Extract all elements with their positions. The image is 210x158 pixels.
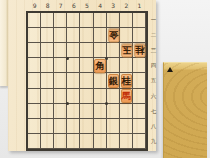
rank-label: 六 bbox=[150, 89, 157, 104]
file-label: 5 bbox=[80, 1, 93, 10]
piece-2三[interactable]: 玉 bbox=[120, 43, 133, 58]
sente-piece-tray[interactable] bbox=[163, 62, 207, 158]
gote-piece-tray[interactable] bbox=[0, 0, 8, 86]
file-label: 8 bbox=[41, 1, 54, 10]
file-label: 4 bbox=[94, 1, 107, 10]
piece-kanji: 桂 bbox=[122, 76, 132, 86]
piece-2六[interactable]: 馬 bbox=[120, 89, 133, 104]
sente-turn-marker bbox=[167, 67, 173, 72]
file-label: 3 bbox=[107, 1, 120, 10]
piece-kanji: 銀 bbox=[108, 76, 118, 86]
gote-piece-tile: 金 bbox=[108, 29, 119, 42]
hoshi-dot bbox=[105, 102, 108, 105]
hoshi-dot bbox=[66, 57, 69, 60]
piece-4四[interactable]: 角 bbox=[94, 58, 107, 73]
rank-labels: 一二三四五六七八九 bbox=[150, 13, 157, 149]
file-label: 2 bbox=[120, 1, 133, 10]
gote-piece-tile: 玉 bbox=[121, 44, 132, 57]
board-grid[interactable]: 金玉桂角銀桂馬 bbox=[26, 11, 148, 151]
piece-kanji: 玉 bbox=[122, 46, 132, 56]
rank-label: 三 bbox=[150, 43, 157, 58]
piece-1三[interactable]: 桂 bbox=[133, 43, 146, 58]
piece-2五[interactable]: 桂 bbox=[120, 73, 133, 88]
gote-piece-tile: 桂 bbox=[134, 44, 145, 57]
rank-label: 二 bbox=[150, 28, 157, 43]
rank-label: 一 bbox=[150, 13, 157, 28]
file-label: 9 bbox=[28, 1, 41, 10]
piece-kanji: 角 bbox=[95, 61, 105, 71]
sente-promoted-piece-tile: 馬 bbox=[121, 89, 132, 102]
file-label: 1 bbox=[133, 1, 146, 10]
piece-3五[interactable]: 銀 bbox=[107, 73, 120, 88]
file-label: 7 bbox=[54, 1, 67, 10]
rank-label: 九 bbox=[150, 134, 157, 149]
hoshi-dot bbox=[66, 102, 69, 105]
file-label: 6 bbox=[67, 1, 80, 10]
rank-label: 四 bbox=[150, 58, 157, 73]
rank-label: 八 bbox=[150, 119, 157, 134]
piece-3二[interactable]: 金 bbox=[107, 28, 120, 43]
sente-piece-tile: 桂 bbox=[121, 74, 132, 87]
rank-label: 七 bbox=[150, 104, 157, 119]
piece-kanji: 馬 bbox=[122, 91, 132, 101]
piece-kanji: 桂 bbox=[135, 46, 145, 56]
rank-label: 五 bbox=[150, 73, 157, 88]
sente-piece-tile: 銀 bbox=[108, 74, 119, 87]
sente-piece-tile: 角 bbox=[94, 59, 105, 72]
shogi-app: 987654321 一二三四五六七八九 金玉桂角銀桂馬 bbox=[0, 0, 210, 158]
file-labels: 987654321 bbox=[28, 1, 146, 10]
piece-kanji: 金 bbox=[108, 31, 118, 41]
